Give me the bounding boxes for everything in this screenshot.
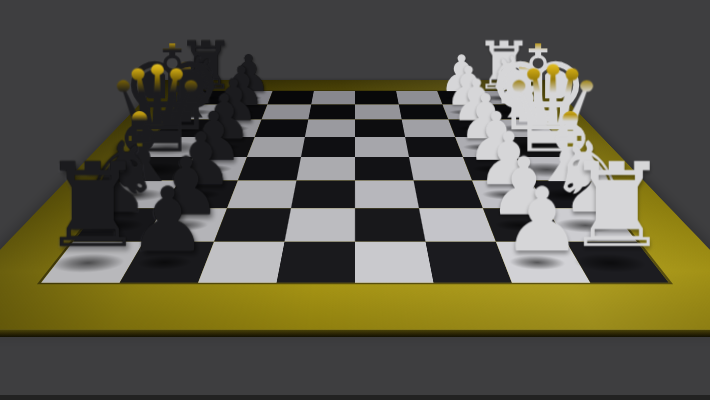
square-g4 [355, 104, 402, 119]
white-rook-glyph: ♜ [565, 148, 669, 265]
square-b6 [214, 208, 291, 241]
square-f5 [305, 120, 355, 137]
square-e6 [247, 137, 305, 157]
square-f4 [355, 120, 405, 137]
square-b3 [419, 208, 496, 241]
square-a5 [277, 242, 355, 283]
white-rook: ♜ [565, 148, 669, 265]
square-h5 [311, 91, 355, 104]
square-d6 [238, 157, 301, 180]
square-b4 [355, 208, 425, 241]
square-b5 [285, 208, 355, 241]
square-e3 [405, 137, 463, 157]
square-g5 [308, 104, 355, 119]
square-d3 [409, 157, 472, 180]
square-c5 [291, 180, 355, 208]
render-viewport: ♜♟♟♜♞♟♟♞♝♟♟♝♚♟♟♚♛♟♟♛♝♟♟♝♞♟♟♞♜♟♟♜ [0, 0, 710, 400]
scene: ♜♟♟♜♞♟♟♞♝♟♟♝♚♟♟♚♛♟♟♛♝♟♟♝♞♟♟♞♜♟♟♜ [0, 0, 710, 400]
square-g6 [262, 104, 312, 119]
black-pawn: ♟ [128, 176, 208, 265]
square-d4 [355, 157, 414, 180]
square-e4 [355, 137, 409, 157]
chess-board-frame: ♜♟♟♜♞♟♟♞♝♟♟♝♚♟♟♚♛♟♟♛♝♟♟♝♞♟♟♞♜♟♟♜ [0, 80, 710, 330]
square-h4 [355, 91, 399, 104]
square-c4 [355, 180, 419, 208]
square-h3 [396, 91, 442, 104]
square-h6 [267, 91, 313, 104]
square-c6 [227, 180, 296, 208]
square-a4 [355, 242, 433, 283]
square-f6 [255, 120, 308, 137]
letterbox-bottom [0, 395, 710, 400]
square-f3 [402, 120, 455, 137]
black-pawn-glyph: ♟ [128, 176, 208, 265]
square-g3 [399, 104, 449, 119]
square-c3 [414, 180, 483, 208]
board-front-edge [0, 330, 710, 337]
square-d5 [296, 157, 355, 180]
square-a6 [198, 242, 284, 283]
square-e5 [301, 137, 355, 157]
board-field: ♜♟♟♜♞♟♟♞♝♟♟♝♚♟♟♚♛♟♟♛♝♟♟♝♞♟♟♞♜♟♟♜ [41, 91, 669, 283]
